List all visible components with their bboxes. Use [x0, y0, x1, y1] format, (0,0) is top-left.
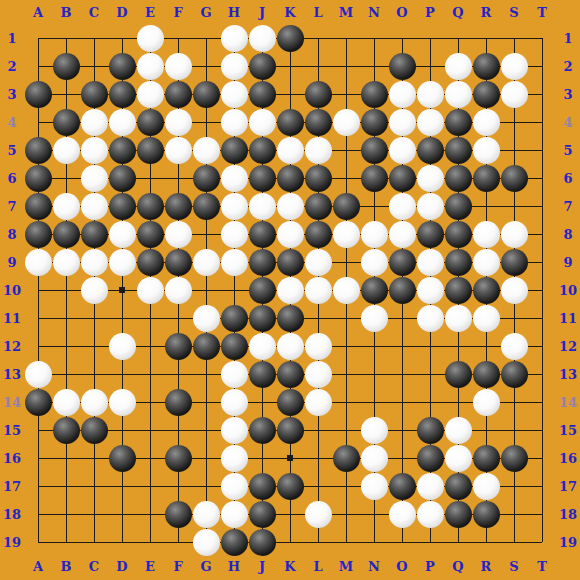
intersection-G1[interactable]	[192, 24, 220, 52]
intersection-M1[interactable]	[332, 24, 360, 52]
intersection-D10[interactable]	[108, 276, 136, 304]
intersection-T10[interactable]	[528, 276, 556, 304]
intersection-S17[interactable]	[500, 472, 528, 500]
intersection-A13	[24, 360, 52, 388]
intersection-A19[interactable]	[24, 528, 52, 556]
white-stone-J7	[249, 193, 276, 220]
intersection-C12[interactable]	[80, 332, 108, 360]
intersection-P5	[416, 136, 444, 164]
intersection-D17[interactable]	[108, 472, 136, 500]
intersection-E6[interactable]	[136, 164, 164, 192]
coord-label-col-G: G	[192, 6, 220, 19]
intersection-R10	[472, 276, 500, 304]
black-stone-M7	[333, 193, 360, 220]
white-stone-N15	[361, 417, 388, 444]
black-stone-Q17	[445, 473, 472, 500]
black-stone-H11	[221, 305, 248, 332]
intersection-Q12[interactable]	[444, 332, 472, 360]
intersection-F12	[164, 332, 192, 360]
white-stone-J12	[249, 333, 276, 360]
intersection-F19[interactable]	[164, 528, 192, 556]
intersection-H7	[220, 192, 248, 220]
intersection-K5	[276, 136, 304, 164]
intersection-O10	[388, 276, 416, 304]
intersection-P11	[416, 304, 444, 332]
intersection-D15[interactable]	[108, 416, 136, 444]
intersection-C15	[80, 416, 108, 444]
intersection-M18[interactable]	[332, 500, 360, 528]
intersection-J8	[248, 220, 276, 248]
intersection-L16[interactable]	[304, 444, 332, 472]
intersection-G18	[192, 500, 220, 528]
intersection-T17[interactable]	[528, 472, 556, 500]
white-stone-K8	[277, 221, 304, 248]
intersection-D4	[108, 108, 136, 136]
intersection-A5	[24, 136, 52, 164]
intersection-O15[interactable]	[388, 416, 416, 444]
coord-label-col-A: A	[24, 560, 52, 573]
intersection-E1	[136, 24, 164, 52]
intersection-S1[interactable]	[500, 24, 528, 52]
white-stone-R8	[473, 221, 500, 248]
intersection-K16[interactable]	[276, 444, 304, 472]
intersection-R1[interactable]	[472, 24, 500, 52]
intersection-E14[interactable]	[136, 388, 164, 416]
intersection-E11[interactable]	[136, 304, 164, 332]
intersection-M19[interactable]	[332, 528, 360, 556]
intersection-E12[interactable]	[136, 332, 164, 360]
intersection-B19[interactable]	[52, 528, 80, 556]
coord-label-col-L: L	[304, 6, 332, 19]
intersection-C17[interactable]	[80, 472, 108, 500]
intersection-E17[interactable]	[136, 472, 164, 500]
intersection-Q14[interactable]	[444, 388, 472, 416]
coord-label-row-3: 3	[1, 80, 23, 108]
intersection-C2[interactable]	[80, 52, 108, 80]
intersection-T19[interactable]	[528, 528, 556, 556]
coord-label-row-6: 6	[557, 164, 579, 192]
intersection-R14	[472, 388, 500, 416]
intersection-L9	[304, 248, 332, 276]
intersection-A17[interactable]	[24, 472, 52, 500]
intersection-C19[interactable]	[80, 528, 108, 556]
black-stone-L6	[305, 165, 332, 192]
intersection-F1[interactable]	[164, 24, 192, 52]
intersection-S14[interactable]	[500, 388, 528, 416]
intersection-A18[interactable]	[24, 500, 52, 528]
intersection-S15[interactable]	[500, 416, 528, 444]
board-intersections	[24, 24, 556, 556]
coord-label-col-F: F	[164, 6, 192, 19]
intersection-T1[interactable]	[528, 24, 556, 52]
white-stone-K5	[277, 137, 304, 164]
intersection-E18[interactable]	[136, 500, 164, 528]
intersection-E19[interactable]	[136, 528, 164, 556]
intersection-C4	[80, 108, 108, 136]
intersection-M16	[332, 444, 360, 472]
intersection-D18[interactable]	[108, 500, 136, 528]
intersection-R7[interactable]	[472, 192, 500, 220]
white-stone-M4	[333, 109, 360, 136]
black-stone-J9	[249, 249, 276, 276]
black-stone-J15	[249, 417, 276, 444]
coord-label-row-15: 15	[1, 416, 23, 444]
intersection-M9[interactable]	[332, 248, 360, 276]
white-stone-N8	[361, 221, 388, 248]
intersection-O9	[388, 248, 416, 276]
intersection-N13[interactable]	[360, 360, 388, 388]
intersection-T6[interactable]	[528, 164, 556, 192]
intersection-F11[interactable]	[164, 304, 192, 332]
intersection-A2[interactable]	[24, 52, 52, 80]
intersection-G16[interactable]	[192, 444, 220, 472]
intersection-C13[interactable]	[80, 360, 108, 388]
intersection-M11[interactable]	[332, 304, 360, 332]
white-stone-O5	[389, 137, 416, 164]
black-stone-B2	[53, 53, 80, 80]
intersection-A15[interactable]	[24, 416, 52, 444]
intersection-T3[interactable]	[528, 80, 556, 108]
intersection-L15[interactable]	[304, 416, 332, 444]
black-stone-G6	[193, 165, 220, 192]
intersection-J5	[248, 136, 276, 164]
intersection-G17[interactable]	[192, 472, 220, 500]
intersection-M7	[332, 192, 360, 220]
intersection-P19[interactable]	[416, 528, 444, 556]
intersection-E16[interactable]	[136, 444, 164, 472]
white-stone-R14	[473, 389, 500, 416]
intersection-P15	[416, 416, 444, 444]
intersection-C8	[80, 220, 108, 248]
coord-label-col-K: K	[276, 6, 304, 19]
intersection-E15[interactable]	[136, 416, 164, 444]
intersection-J9	[248, 248, 276, 276]
intersection-L7	[304, 192, 332, 220]
intersection-P1[interactable]	[416, 24, 444, 52]
intersection-M13[interactable]	[332, 360, 360, 388]
intersection-T14[interactable]	[528, 388, 556, 416]
intersection-K12	[276, 332, 304, 360]
intersection-T5[interactable]	[528, 136, 556, 164]
intersection-C16[interactable]	[80, 444, 108, 472]
intersection-N12[interactable]	[360, 332, 388, 360]
white-stone-H7	[221, 193, 248, 220]
intersection-S4[interactable]	[500, 108, 528, 136]
intersection-S19[interactable]	[500, 528, 528, 556]
intersection-L11[interactable]	[304, 304, 332, 332]
intersection-T4[interactable]	[528, 108, 556, 136]
intersection-Q5	[444, 136, 472, 164]
intersection-C18[interactable]	[80, 500, 108, 528]
intersection-N1[interactable]	[360, 24, 388, 52]
intersection-Q1[interactable]	[444, 24, 472, 52]
intersection-M5[interactable]	[332, 136, 360, 164]
intersection-M3[interactable]	[332, 80, 360, 108]
intersection-H3	[220, 80, 248, 108]
intersection-T16[interactable]	[528, 444, 556, 472]
intersection-P13[interactable]	[416, 360, 444, 388]
intersection-Q3	[444, 80, 472, 108]
intersection-G19	[192, 528, 220, 556]
intersection-J12	[248, 332, 276, 360]
intersection-G10[interactable]	[192, 276, 220, 304]
intersection-T15[interactable]	[528, 416, 556, 444]
intersection-H16	[220, 444, 248, 472]
intersection-B15	[52, 416, 80, 444]
coord-label-col-D: D	[108, 560, 136, 573]
intersection-C14	[80, 388, 108, 416]
intersection-B1[interactable]	[52, 24, 80, 52]
white-stone-N17	[361, 473, 388, 500]
intersection-S16	[500, 444, 528, 472]
intersection-B12[interactable]	[52, 332, 80, 360]
intersection-S5[interactable]	[500, 136, 528, 164]
coord-label-col-F: F	[164, 560, 192, 573]
white-stone-H16	[221, 445, 248, 472]
black-stone-P16	[417, 445, 444, 472]
coord-label-col-S: S	[500, 6, 528, 19]
intersection-B16[interactable]	[52, 444, 80, 472]
coord-label-col-J: J	[248, 6, 276, 19]
white-stone-H17	[221, 473, 248, 500]
intersection-S7[interactable]	[500, 192, 528, 220]
black-stone-O9	[389, 249, 416, 276]
intersection-S18[interactable]	[500, 500, 528, 528]
coord-label-row-10: 10	[557, 276, 579, 304]
coord-label-row-19: 19	[557, 528, 579, 556]
intersection-N7[interactable]	[360, 192, 388, 220]
coord-label-col-B: B	[52, 6, 80, 19]
intersection-P7	[416, 192, 444, 220]
intersection-P10	[416, 276, 444, 304]
coord-label-row-13: 13	[1, 360, 23, 388]
intersection-K19[interactable]	[276, 528, 304, 556]
intersection-T13[interactable]	[528, 360, 556, 388]
coord-label-col-C: C	[80, 560, 108, 573]
black-stone-C15	[81, 417, 108, 444]
intersection-N19[interactable]	[360, 528, 388, 556]
intersection-G8[interactable]	[192, 220, 220, 248]
intersection-G13[interactable]	[192, 360, 220, 388]
intersection-T9[interactable]	[528, 248, 556, 276]
intersection-D12	[108, 332, 136, 360]
black-stone-S13	[501, 361, 528, 388]
intersection-M17[interactable]	[332, 472, 360, 500]
intersection-J10	[248, 276, 276, 304]
intersection-F6[interactable]	[164, 164, 192, 192]
coord-label-col-O: O	[388, 560, 416, 573]
intersection-O11[interactable]	[388, 304, 416, 332]
black-stone-J5	[249, 137, 276, 164]
intersection-D13[interactable]	[108, 360, 136, 388]
coord-label-col-R: R	[472, 560, 500, 573]
intersection-A12[interactable]	[24, 332, 52, 360]
coord-label-col-N: N	[360, 560, 388, 573]
intersection-A4[interactable]	[24, 108, 52, 136]
white-stone-J4	[249, 109, 276, 136]
intersection-M12[interactable]	[332, 332, 360, 360]
black-stone-R10	[473, 277, 500, 304]
black-stone-N4	[361, 109, 388, 136]
intersection-T7[interactable]	[528, 192, 556, 220]
black-stone-O17	[389, 473, 416, 500]
intersection-O14[interactable]	[388, 388, 416, 416]
intersection-L2[interactable]	[304, 52, 332, 80]
go-board[interactable]: ABCDEFGHJKLMNOPQRST ABCDEFGHJKLMNOPQRST …	[0, 0, 580, 580]
intersection-M6[interactable]	[332, 164, 360, 192]
coord-label-col-T: T	[528, 560, 556, 573]
coord-label-row-7: 7	[1, 192, 23, 220]
intersection-S8	[500, 220, 528, 248]
intersection-C1[interactable]	[80, 24, 108, 52]
intersection-K3[interactable]	[276, 80, 304, 108]
coord-label-col-M: M	[332, 6, 360, 19]
intersection-M14[interactable]	[332, 388, 360, 416]
black-stone-J11	[249, 305, 276, 332]
intersection-R9	[472, 248, 500, 276]
intersection-T12[interactable]	[528, 332, 556, 360]
intersection-P12[interactable]	[416, 332, 444, 360]
white-stone-H3	[221, 81, 248, 108]
intersection-T11[interactable]	[528, 304, 556, 332]
intersection-G14[interactable]	[192, 388, 220, 416]
intersection-J14[interactable]	[248, 388, 276, 416]
intersection-Q10	[444, 276, 472, 304]
intersection-R12[interactable]	[472, 332, 500, 360]
white-stone-C9	[81, 249, 108, 276]
black-stone-G12	[193, 333, 220, 360]
intersection-H10[interactable]	[220, 276, 248, 304]
black-stone-F18	[165, 501, 192, 528]
intersection-L3	[304, 80, 332, 108]
coord-label-col-S: S	[500, 560, 528, 573]
intersection-D19[interactable]	[108, 528, 136, 556]
coord-label-col-D: D	[108, 6, 136, 19]
coord-label-col-A: A	[24, 6, 52, 19]
black-stone-F14	[165, 389, 192, 416]
intersection-P2[interactable]	[416, 52, 444, 80]
intersection-T18[interactable]	[528, 500, 556, 528]
intersection-L19[interactable]	[304, 528, 332, 556]
intersection-A16[interactable]	[24, 444, 52, 472]
intersection-G15[interactable]	[192, 416, 220, 444]
intersection-F13[interactable]	[164, 360, 192, 388]
intersection-P14[interactable]	[416, 388, 444, 416]
intersection-M4	[332, 108, 360, 136]
black-stone-S9	[501, 249, 528, 276]
intersection-O13[interactable]	[388, 360, 416, 388]
intersection-B4	[52, 108, 80, 136]
intersection-L1[interactable]	[304, 24, 332, 52]
intersection-G4[interactable]	[192, 108, 220, 136]
intersection-B17[interactable]	[52, 472, 80, 500]
intersection-B3[interactable]	[52, 80, 80, 108]
intersection-N2[interactable]	[360, 52, 388, 80]
intersection-D11[interactable]	[108, 304, 136, 332]
intersection-P4	[416, 108, 444, 136]
intersection-D1[interactable]	[108, 24, 136, 52]
intersection-O19[interactable]	[388, 528, 416, 556]
black-stone-F7	[165, 193, 192, 220]
coord-label-col-T: T	[528, 6, 556, 19]
intersection-J16[interactable]	[248, 444, 276, 472]
intersection-T2[interactable]	[528, 52, 556, 80]
coord-label-row-8: 8	[1, 220, 23, 248]
black-stone-Q18	[445, 501, 472, 528]
intersection-Q19[interactable]	[444, 528, 472, 556]
black-stone-A5	[25, 137, 52, 164]
intersection-A1[interactable]	[24, 24, 52, 52]
black-stone-F12	[165, 333, 192, 360]
intersection-M2[interactable]	[332, 52, 360, 80]
intersection-F17[interactable]	[164, 472, 192, 500]
black-stone-L3	[305, 81, 332, 108]
intersection-R15[interactable]	[472, 416, 500, 444]
intersection-D6	[108, 164, 136, 192]
intersection-G2[interactable]	[192, 52, 220, 80]
intersection-S2	[500, 52, 528, 80]
intersection-N18[interactable]	[360, 500, 388, 528]
intersection-K2[interactable]	[276, 52, 304, 80]
black-stone-E4	[137, 109, 164, 136]
intersection-A11[interactable]	[24, 304, 52, 332]
coord-label-row-13: 13	[557, 360, 579, 388]
white-stone-L12	[305, 333, 332, 360]
intersection-E13[interactable]	[136, 360, 164, 388]
intersection-E4	[136, 108, 164, 136]
black-stone-R18	[473, 501, 500, 528]
white-stone-O18	[389, 501, 416, 528]
coord-label-row-2: 2	[557, 52, 579, 80]
coord-label-row-17: 17	[557, 472, 579, 500]
coord-label-row-14: 14	[1, 388, 23, 416]
intersection-O1[interactable]	[388, 24, 416, 52]
intersection-S9	[500, 248, 528, 276]
intersection-T8[interactable]	[528, 220, 556, 248]
intersection-O12[interactable]	[388, 332, 416, 360]
intersection-B13[interactable]	[52, 360, 80, 388]
intersection-B6[interactable]	[52, 164, 80, 192]
intersection-O16[interactable]	[388, 444, 416, 472]
white-stone-C14	[81, 389, 108, 416]
intersection-M15[interactable]	[332, 416, 360, 444]
intersection-B11[interactable]	[52, 304, 80, 332]
intersection-O3	[388, 80, 416, 108]
intersection-F15[interactable]	[164, 416, 192, 444]
intersection-J17	[248, 472, 276, 500]
white-stone-S10	[501, 277, 528, 304]
intersection-F4	[164, 108, 192, 136]
intersection-B18[interactable]	[52, 500, 80, 528]
intersection-A10[interactable]	[24, 276, 52, 304]
white-stone-F4	[165, 109, 192, 136]
black-stone-S16	[501, 445, 528, 472]
intersection-S11[interactable]	[500, 304, 528, 332]
coord-label-col-H: H	[220, 6, 248, 19]
intersection-L17[interactable]	[304, 472, 332, 500]
intersection-B10[interactable]	[52, 276, 80, 304]
intersection-N16	[360, 444, 388, 472]
intersection-K6	[276, 164, 304, 192]
intersection-D8	[108, 220, 136, 248]
black-stone-D2	[109, 53, 136, 80]
intersection-N14[interactable]	[360, 388, 388, 416]
coord-label-row-11: 11	[1, 304, 23, 332]
intersection-C11[interactable]	[80, 304, 108, 332]
intersection-R13	[472, 360, 500, 388]
intersection-K18[interactable]	[276, 500, 304, 528]
intersection-R19[interactable]	[472, 528, 500, 556]
